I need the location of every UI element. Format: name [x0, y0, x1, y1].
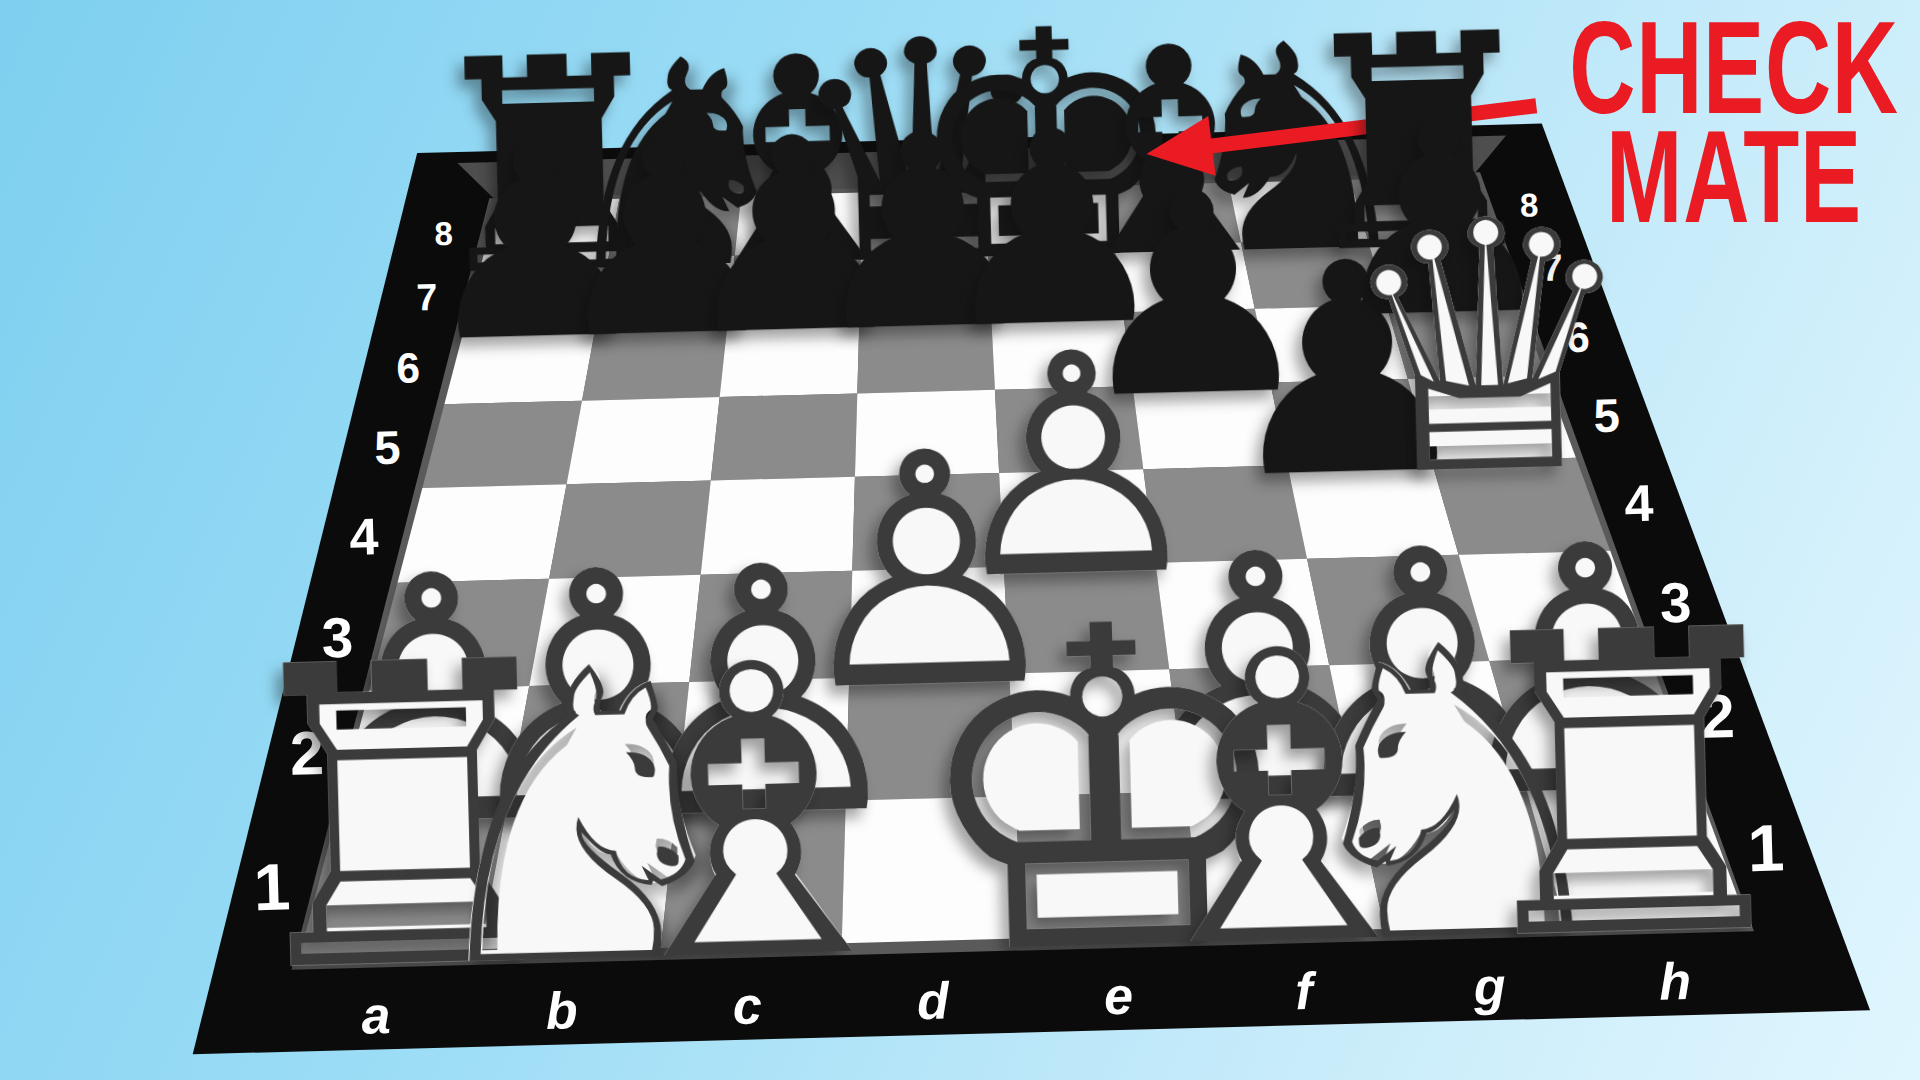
- checkmate-line2: MATE: [1569, 123, 1899, 232]
- checkmate-text: CHECK MATE: [1569, 14, 1899, 231]
- piece-white-rook-h1[interactable]: ♜♖: [1439, 575, 1822, 1000]
- piece-white-bishop-c1[interactable]: ♝♗: [569, 609, 939, 1020]
- white-rook-outline-icon: ♖: [1439, 575, 1822, 1000]
- white-bishop-outline-icon: ♗: [569, 609, 939, 1020]
- background: 8877665544332211abcdefgh ♜♞♝♛♚♝♞♜♟♟♟♟♟♟♟…: [0, 0, 1920, 1080]
